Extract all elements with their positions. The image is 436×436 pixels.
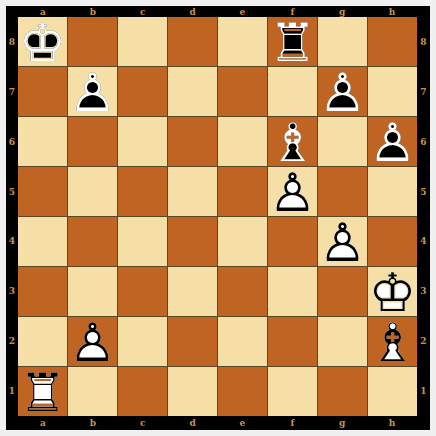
- rank-label-5: 5: [6, 167, 18, 217]
- white-pawn-glyph: ♟: [68, 318, 117, 367]
- white-pawn-glyph: ♟: [318, 218, 367, 267]
- white-bishop-detail-glyph: ♗: [368, 318, 417, 367]
- square-e5[interactable]: [218, 167, 267, 216]
- white-rook-glyph: ♜: [18, 368, 67, 417]
- rank-label-3: 3: [6, 266, 18, 316]
- square-d7[interactable]: [168, 67, 217, 116]
- piece-white-pawn[interactable]: ♟♙: [268, 167, 317, 216]
- square-e6[interactable]: [218, 117, 267, 166]
- piece-white-bishop[interactable]: ♝♗: [368, 317, 417, 366]
- file-label-c: c: [118, 6, 168, 17]
- square-a6[interactable]: [18, 117, 67, 166]
- square-f1[interactable]: [268, 367, 317, 416]
- square-a1[interactable]: ♜♖: [18, 367, 67, 416]
- square-c7[interactable]: [118, 67, 167, 116]
- piece-black-king[interactable]: ♚♔: [18, 17, 67, 66]
- square-h8[interactable]: [368, 17, 417, 66]
- chess-diagram: abcdefgh 87654321 ♚♔♜♖♟♙♟♙♝♗♟♙♟♙♟♙♚♔♟♙♝♗…: [0, 0, 436, 436]
- black-rook-detail-glyph: ♖: [268, 18, 317, 67]
- square-f3[interactable]: [268, 267, 317, 316]
- square-c4[interactable]: [118, 217, 167, 266]
- black-pawn-detail-glyph: ♙: [368, 118, 417, 167]
- square-f2[interactable]: [268, 317, 317, 366]
- square-e7[interactable]: [218, 67, 267, 116]
- chess-board: ♚♔♜♖♟♙♟♙♝♗♟♙♟♙♟♙♚♔♟♙♝♗♜♖: [18, 17, 417, 416]
- square-c1[interactable]: [118, 367, 167, 416]
- square-d3[interactable]: [168, 267, 217, 316]
- piece-black-rook[interactable]: ♜♖: [268, 17, 317, 66]
- square-e1[interactable]: [218, 367, 267, 416]
- rank-label-7: 7: [6, 67, 18, 117]
- black-king-detail-glyph: ♔: [18, 18, 67, 67]
- black-pawn-glyph: ♟: [368, 118, 417, 167]
- white-pawn-glyph: ♟: [268, 168, 317, 217]
- square-h7[interactable]: [368, 67, 417, 116]
- file-labels-top: abcdefgh: [18, 6, 417, 17]
- square-d8[interactable]: [168, 17, 217, 66]
- rank-label-7: 7: [417, 67, 430, 117]
- rank-labels-left: 87654321: [6, 17, 18, 416]
- black-pawn-glyph: ♟: [68, 68, 117, 117]
- square-e3[interactable]: [218, 267, 267, 316]
- square-f5[interactable]: ♟♙: [268, 167, 317, 216]
- rank-label-8: 8: [417, 17, 430, 67]
- square-d2[interactable]: [168, 317, 217, 366]
- piece-white-rook[interactable]: ♜♖: [18, 367, 67, 416]
- file-label-a: a: [18, 417, 68, 430]
- file-label-g: g: [317, 6, 367, 17]
- white-pawn-detail-glyph: ♙: [318, 218, 367, 267]
- square-f8[interactable]: ♜♖: [268, 17, 317, 66]
- square-h4[interactable]: [368, 217, 417, 266]
- square-h1[interactable]: [368, 367, 417, 416]
- black-king-glyph: ♚: [18, 18, 67, 67]
- file-label-c: c: [118, 417, 168, 430]
- square-g1[interactable]: [318, 367, 367, 416]
- white-king-glyph: ♚: [368, 268, 417, 317]
- file-label-h: h: [367, 417, 417, 430]
- square-f6[interactable]: ♝♗: [268, 117, 317, 166]
- rank-labels-right: 87654321: [417, 17, 430, 416]
- square-c8[interactable]: [118, 17, 167, 66]
- square-g2[interactable]: [318, 317, 367, 366]
- white-pawn-detail-glyph: ♙: [268, 168, 317, 217]
- rank-label-3: 3: [417, 266, 430, 316]
- rank-label-2: 2: [6, 316, 18, 366]
- square-h2[interactable]: ♝♗: [368, 317, 417, 366]
- square-g8[interactable]: [318, 17, 367, 66]
- square-b8[interactable]: [68, 17, 117, 66]
- square-d4[interactable]: [168, 217, 217, 266]
- square-b1[interactable]: [68, 367, 117, 416]
- square-a7[interactable]: [18, 67, 67, 116]
- square-b6[interactable]: [68, 117, 117, 166]
- square-a5[interactable]: [18, 167, 67, 216]
- white-bishop-glyph: ♝: [368, 318, 417, 367]
- file-labels-bottom: abcdefgh: [18, 417, 417, 430]
- file-label-e: e: [218, 417, 268, 430]
- file-label-d: d: [168, 417, 218, 430]
- piece-white-pawn[interactable]: ♟♙: [318, 217, 367, 266]
- file-label-h: h: [367, 6, 417, 17]
- rank-label-2: 2: [417, 316, 430, 366]
- square-a3[interactable]: [18, 267, 67, 316]
- square-a2[interactable]: [18, 317, 67, 366]
- rank-label-4: 4: [417, 217, 430, 267]
- board-frame: abcdefgh 87654321 ♚♔♜♖♟♙♟♙♝♗♟♙♟♙♟♙♚♔♟♙♝♗…: [6, 6, 430, 430]
- square-h3[interactable]: ♚♔: [368, 267, 417, 316]
- rank-label-1: 1: [417, 366, 430, 416]
- square-e4[interactable]: [218, 217, 267, 266]
- file-label-d: d: [168, 6, 218, 17]
- square-g5[interactable]: [318, 167, 367, 216]
- piece-black-bishop[interactable]: ♝♗: [268, 117, 317, 166]
- piece-white-pawn[interactable]: ♟♙: [68, 317, 117, 366]
- black-pawn-detail-glyph: ♙: [318, 68, 367, 117]
- square-b5[interactable]: [68, 167, 117, 216]
- white-king-detail-glyph: ♔: [368, 268, 417, 317]
- black-pawn-glyph: ♟: [318, 68, 367, 117]
- square-g3[interactable]: [318, 267, 367, 316]
- black-bishop-detail-glyph: ♗: [268, 118, 317, 167]
- square-e2[interactable]: [218, 317, 267, 366]
- file-label-b: b: [68, 417, 118, 430]
- file-label-f: f: [267, 417, 317, 430]
- square-a8[interactable]: ♚♔: [18, 17, 67, 66]
- piece-black-pawn[interactable]: ♟♙: [68, 67, 117, 116]
- square-f7[interactable]: [268, 67, 317, 116]
- black-bishop-glyph: ♝: [268, 118, 317, 167]
- rank-label-6: 6: [417, 117, 430, 167]
- rank-label-1: 1: [6, 366, 18, 416]
- white-rook-detail-glyph: ♖: [18, 368, 67, 417]
- square-d6[interactable]: [168, 117, 217, 166]
- rank-label-5: 5: [417, 167, 430, 217]
- square-b4[interactable]: [68, 217, 117, 266]
- square-c5[interactable]: [118, 167, 167, 216]
- square-d1[interactable]: [168, 367, 217, 416]
- black-rook-glyph: ♜: [268, 18, 317, 67]
- file-label-f: f: [267, 6, 317, 17]
- square-c3[interactable]: [118, 267, 167, 316]
- rank-label-6: 6: [6, 117, 18, 167]
- square-h5[interactable]: [368, 167, 417, 216]
- square-h6[interactable]: ♟♙: [368, 117, 417, 166]
- file-label-e: e: [218, 6, 268, 17]
- square-c2[interactable]: [118, 317, 167, 366]
- white-pawn-detail-glyph: ♙: [68, 318, 117, 367]
- square-d5[interactable]: [168, 167, 217, 216]
- square-b3[interactable]: [68, 267, 117, 316]
- square-f4[interactable]: [268, 217, 317, 266]
- file-label-a: a: [18, 6, 68, 17]
- piece-white-king[interactable]: ♚♔: [368, 267, 417, 316]
- file-label-b: b: [68, 6, 118, 17]
- rank-label-8: 8: [6, 17, 18, 67]
- black-pawn-detail-glyph: ♙: [68, 68, 117, 117]
- square-b2[interactable]: ♟♙: [68, 317, 117, 366]
- piece-black-pawn[interactable]: ♟♙: [368, 117, 417, 166]
- square-g4[interactable]: ♟♙: [318, 217, 367, 266]
- file-label-g: g: [317, 417, 367, 430]
- square-g6[interactable]: [318, 117, 367, 166]
- rank-label-4: 4: [6, 217, 18, 267]
- piece-black-pawn[interactable]: ♟♙: [318, 67, 367, 116]
- square-c6[interactable]: [118, 117, 167, 166]
- square-e8[interactable]: [218, 17, 267, 66]
- square-g7[interactable]: ♟♙: [318, 67, 367, 116]
- square-b7[interactable]: ♟♙: [68, 67, 117, 116]
- square-a4[interactable]: [18, 217, 67, 266]
